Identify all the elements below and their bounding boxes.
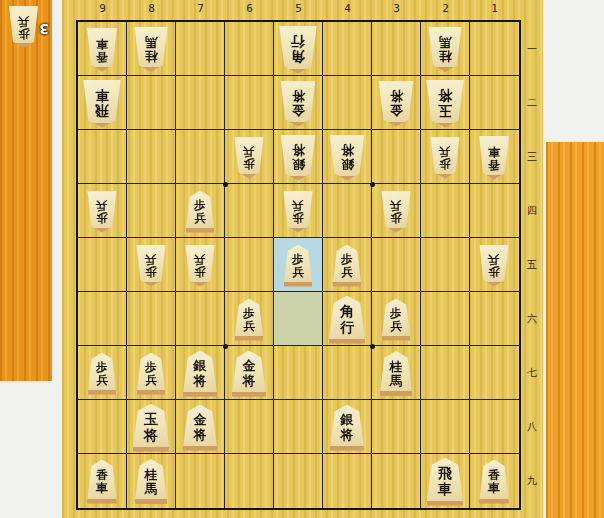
- board-cell-2g[interactable]: [421, 346, 470, 400]
- rank-label-9: 九: [522, 475, 542, 487]
- piece-kanji: 銀将: [292, 143, 305, 171]
- hoshi-dot: [223, 182, 228, 187]
- board-cell-5b[interactable]: 金将: [274, 76, 323, 130]
- hoshi-dot: [370, 344, 375, 349]
- board-cell-4b[interactable]: [323, 76, 372, 130]
- board-cell-1i[interactable]: 香車: [470, 454, 519, 508]
- gote-piece-玉将[interactable]: 玉将: [425, 80, 465, 128]
- sente-piece-角行[interactable]: 角行: [327, 296, 367, 344]
- gote-piece-金将[interactable]: 金将: [280, 81, 317, 127]
- board-cell-3d[interactable]: 歩兵: [372, 184, 421, 238]
- sente-piece-歩兵[interactable]: 歩兵: [332, 245, 363, 287]
- board-cell-6c[interactable]: 歩兵: [225, 130, 274, 184]
- piece-kanji: 桂馬: [439, 36, 452, 63]
- board-cell-8c[interactable]: [127, 130, 176, 184]
- board-cell-4d[interactable]: [323, 184, 372, 238]
- board-cell-8h[interactable]: 玉将: [127, 400, 176, 454]
- piece-kanji: 桂馬: [145, 468, 158, 495]
- board-cell-7f[interactable]: [176, 292, 225, 346]
- piece-kanji: 角行: [291, 34, 305, 64]
- file-label-6: 6: [225, 1, 274, 16]
- board-cell-5c[interactable]: 銀将: [274, 130, 323, 184]
- piece-kanji: 銀将: [341, 143, 354, 171]
- board-cell-6a[interactable]: [225, 22, 274, 76]
- board-cell-9f[interactable]: [78, 292, 127, 346]
- rank-label-3: 三: [522, 151, 542, 163]
- board-cell-5g[interactable]: [274, 346, 323, 400]
- gote-piece-銀将[interactable]: 銀将: [280, 135, 317, 181]
- gote-piece-銀将[interactable]: 銀将: [329, 135, 366, 181]
- board-cell-1b[interactable]: [470, 76, 519, 130]
- piece-kanji: 金将: [292, 89, 305, 117]
- piece-kanji: 歩兵: [145, 361, 157, 386]
- sente-piece-歩兵[interactable]: 歩兵: [283, 245, 314, 287]
- board-cell-1g[interactable]: [470, 346, 519, 400]
- piece-kanji: 飛車: [438, 466, 452, 496]
- board-cell-4a[interactable]: [323, 22, 372, 76]
- sente-piece-銀将[interactable]: 銀将: [329, 405, 366, 451]
- board-cell-2f[interactable]: [421, 292, 470, 346]
- gote-piece-桂馬[interactable]: 桂馬: [428, 27, 463, 72]
- rank-label-1: 一: [522, 43, 542, 55]
- sente-piece-玉将[interactable]: 玉将: [131, 404, 171, 452]
- sente-piece-銀将[interactable]: 銀将: [182, 351, 219, 397]
- board-cell-5f[interactable]: [274, 292, 323, 346]
- board-cell-7i[interactable]: [176, 454, 225, 508]
- piece-kanji: 玉将: [438, 88, 452, 118]
- file-label-8: 8: [127, 1, 176, 16]
- rank-label-8: 八: [522, 421, 542, 433]
- board-cell-4h[interactable]: 銀将: [323, 400, 372, 454]
- board-cell-5e[interactable]: 歩兵: [274, 238, 323, 292]
- file-label-3: 3: [372, 1, 421, 16]
- piece-kanji: 香車: [488, 145, 500, 171]
- board-cell-8f[interactable]: [127, 292, 176, 346]
- board-cell-6h[interactable]: [225, 400, 274, 454]
- board-cell-8i[interactable]: 桂馬: [127, 454, 176, 508]
- piece-kanji: 桂馬: [145, 36, 158, 63]
- board-cell-3b[interactable]: 金将: [372, 76, 421, 130]
- piece-kanji: 飛車: [95, 88, 109, 118]
- board-cell-8g[interactable]: 歩兵: [127, 346, 176, 400]
- piece-kanji: 香車: [96, 469, 108, 495]
- gote-hand-pawn-piece[interactable]: 歩兵: [8, 6, 39, 48]
- rank-label-7: 七: [522, 367, 542, 379]
- gote-hand-pawn-glyphs: 歩兵: [18, 15, 30, 40]
- sente-hand-tray: [546, 142, 604, 518]
- gote-hand-tray: 歩兵 3: [0, 0, 52, 381]
- board-cell-4g[interactable]: [323, 346, 372, 400]
- file-label-4: 4: [323, 1, 372, 16]
- board-cell-3g[interactable]: 桂馬: [372, 346, 421, 400]
- gote-piece-香車[interactable]: 香車: [86, 28, 118, 72]
- board-cell-6d[interactable]: [225, 184, 274, 238]
- board-cell-7b[interactable]: [176, 76, 225, 130]
- sente-piece-歩兵[interactable]: 歩兵: [185, 191, 216, 233]
- board-cell-6b[interactable]: [225, 76, 274, 130]
- gote-piece-桂馬[interactable]: 桂馬: [134, 27, 169, 72]
- board-cell-7a[interactable]: [176, 22, 225, 76]
- shogi-board-grid[interactable]: 香車桂馬角行桂馬飛車金将金将玉将歩兵銀将銀将歩兵香車歩兵歩兵歩兵歩兵歩兵歩兵歩兵…: [76, 20, 521, 510]
- piece-kanji: 歩兵: [145, 253, 157, 278]
- rank-label-5: 五: [522, 259, 542, 271]
- file-label-9: 9: [78, 1, 127, 16]
- file-label-7: 7: [176, 1, 225, 16]
- board-cell-1c[interactable]: 香車: [470, 130, 519, 184]
- sente-piece-飛車[interactable]: 飛車: [425, 458, 465, 506]
- board-cell-8b[interactable]: [127, 76, 176, 130]
- board-cell-2d[interactable]: [421, 184, 470, 238]
- board-cell-7c[interactable]: [176, 130, 225, 184]
- gote-hand-pawn-count: 3: [36, 21, 52, 37]
- rank-label-6: 六: [522, 313, 542, 325]
- board-cell-5d[interactable]: 歩兵: [274, 184, 323, 238]
- board-cell-1h[interactable]: [470, 400, 519, 454]
- piece-kanji: 玉将: [144, 412, 158, 442]
- board-cell-9c[interactable]: [78, 130, 127, 184]
- gote-piece-歩兵[interactable]: 歩兵: [87, 191, 118, 233]
- piece-kanji: 桂馬: [390, 360, 403, 387]
- board-cell-9b[interactable]: 飛車: [78, 76, 127, 130]
- gote-piece-飛車[interactable]: 飛車: [82, 80, 122, 128]
- piece-kanji: 金将: [243, 359, 256, 387]
- board-cell-9d[interactable]: 歩兵: [78, 184, 127, 238]
- piece-kanji: 歩兵: [96, 361, 108, 386]
- board-cell-3f[interactable]: 歩兵: [372, 292, 421, 346]
- board-cell-2e[interactable]: [421, 238, 470, 292]
- gote-piece-歩兵[interactable]: 歩兵: [430, 137, 461, 179]
- board-cell-9i[interactable]: 香車: [78, 454, 127, 508]
- board-cell-5a[interactable]: 角行: [274, 22, 323, 76]
- board-cell-1f[interactable]: [470, 292, 519, 346]
- board-cell-8d[interactable]: [127, 184, 176, 238]
- piece-kanji: 歩兵: [96, 199, 108, 224]
- shogi-app: 歩兵 3 987654321 一二三四五六七八九 香車桂馬角行桂馬飛車金将金将玉…: [0, 0, 604, 518]
- board-cell-7d[interactable]: 歩兵: [176, 184, 225, 238]
- gote-piece-角行[interactable]: 角行: [278, 26, 318, 74]
- board-cell-2c[interactable]: 歩兵: [421, 130, 470, 184]
- board-cell-9e[interactable]: [78, 238, 127, 292]
- piece-kanji: 金将: [390, 89, 403, 117]
- piece-kanji: 香車: [488, 469, 500, 495]
- file-label-1: 1: [470, 1, 519, 16]
- gote-piece-歩兵[interactable]: 歩兵: [185, 245, 216, 287]
- board-cell-6i[interactable]: [225, 454, 274, 508]
- board-cell-6e[interactable]: [225, 238, 274, 292]
- sente-piece-金将[interactable]: 金将: [182, 405, 219, 451]
- board-cell-2i[interactable]: 飛車: [421, 454, 470, 508]
- piece-kanji: 歩兵: [439, 145, 451, 170]
- gote-piece-歩兵[interactable]: 歩兵: [479, 245, 510, 287]
- sente-piece-歩兵[interactable]: 歩兵: [381, 299, 412, 341]
- piece-kanji: 歩兵: [390, 307, 402, 332]
- file-label-2: 2: [421, 1, 470, 16]
- hoshi-dot: [223, 344, 228, 349]
- hoshi-dot: [370, 182, 375, 187]
- piece-kanji: 歩兵: [243, 307, 255, 332]
- piece-kanji: 歩兵: [341, 253, 353, 278]
- gote-piece-歩兵[interactable]: 歩兵: [234, 137, 265, 179]
- sente-piece-桂馬[interactable]: 桂馬: [134, 459, 169, 504]
- sente-piece-歩兵[interactable]: 歩兵: [234, 299, 265, 341]
- gote-piece-歩兵[interactable]: 歩兵: [283, 191, 314, 233]
- board-cell-7h[interactable]: 金将: [176, 400, 225, 454]
- board-cell-1d[interactable]: [470, 184, 519, 238]
- piece-kanji: 歩兵: [194, 253, 206, 278]
- file-label-5: 5: [274, 1, 323, 16]
- piece-kanji: 歩兵: [488, 253, 500, 278]
- sente-piece-香車[interactable]: 香車: [478, 460, 510, 504]
- piece-kanji: 歩兵: [292, 253, 304, 278]
- board-cell-2b[interactable]: 玉将: [421, 76, 470, 130]
- board-cell-9a[interactable]: 香車: [78, 22, 127, 76]
- board-cell-9g[interactable]: 歩兵: [78, 346, 127, 400]
- board-cell-9h[interactable]: [78, 400, 127, 454]
- sente-piece-歩兵[interactable]: 歩兵: [136, 353, 167, 395]
- sente-piece-歩兵[interactable]: 歩兵: [87, 353, 118, 395]
- board-cell-8a[interactable]: 桂馬: [127, 22, 176, 76]
- board-cell-6g[interactable]: 金将: [225, 346, 274, 400]
- board-cell-4i[interactable]: [323, 454, 372, 508]
- piece-kanji: 角行: [340, 304, 354, 334]
- rank-label-4: 四: [522, 205, 542, 217]
- shogi-board-panel: 987654321 一二三四五六七八九 香車桂馬角行桂馬飛車金将金将玉将歩兵銀将…: [62, 0, 543, 518]
- piece-kanji: 歩兵: [243, 145, 255, 170]
- board-cell-1a[interactable]: [470, 22, 519, 76]
- board-cell-3c[interactable]: [372, 130, 421, 184]
- board-cell-7e[interactable]: 歩兵: [176, 238, 225, 292]
- piece-kanji: 歩兵: [292, 199, 304, 224]
- board-cell-2a[interactable]: 桂馬: [421, 22, 470, 76]
- sente-piece-香車[interactable]: 香車: [86, 460, 118, 504]
- board-cell-7g[interactable]: 銀将: [176, 346, 225, 400]
- sente-piece-桂馬[interactable]: 桂馬: [379, 351, 414, 396]
- board-cell-8e[interactable]: 歩兵: [127, 238, 176, 292]
- gote-piece-香車[interactable]: 香車: [478, 136, 510, 180]
- board-cell-6f[interactable]: 歩兵: [225, 292, 274, 346]
- piece-kanji: 金将: [194, 413, 207, 441]
- piece-kanji: 銀将: [194, 359, 207, 387]
- piece-kanji: 歩兵: [194, 199, 206, 224]
- board-cell-3e[interactable]: [372, 238, 421, 292]
- board-cell-2h[interactable]: [421, 400, 470, 454]
- board-cell-3a[interactable]: [372, 22, 421, 76]
- board-cell-3h[interactable]: [372, 400, 421, 454]
- board-cell-5h[interactable]: [274, 400, 323, 454]
- piece-kanji: 歩兵: [390, 199, 402, 224]
- board-cell-4f[interactable]: 角行: [323, 292, 372, 346]
- gote-piece-歩兵[interactable]: 歩兵: [136, 245, 167, 287]
- sente-piece-金将[interactable]: 金将: [231, 351, 268, 397]
- rank-label-2: 二: [522, 97, 542, 109]
- board-cell-5i[interactable]: [274, 454, 323, 508]
- gote-piece-歩兵[interactable]: 歩兵: [381, 191, 412, 233]
- board-cell-1e[interactable]: 歩兵: [470, 238, 519, 292]
- board-cell-4e[interactable]: 歩兵: [323, 238, 372, 292]
- piece-kanji: 銀将: [341, 413, 354, 441]
- board-cell-4c[interactable]: 銀将: [323, 130, 372, 184]
- board-cell-3i[interactable]: [372, 454, 421, 508]
- gote-piece-金将[interactable]: 金将: [378, 81, 415, 127]
- piece-kanji: 香車: [96, 37, 108, 63]
